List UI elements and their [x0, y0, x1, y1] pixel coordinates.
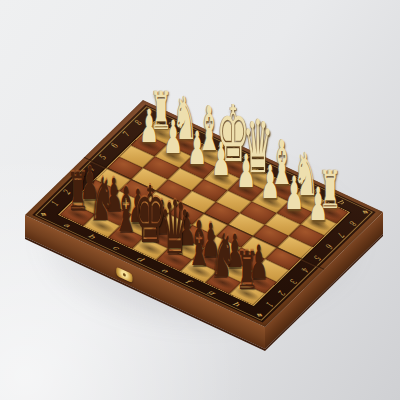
- coord-label: 4: [299, 266, 311, 273]
- coord-label: 8: [347, 219, 359, 226]
- pawn-glyph: ♟: [139, 102, 158, 148]
- coord-label: 3: [287, 278, 299, 285]
- corner-ornament-icon: ❖: [254, 312, 265, 319]
- coord-label: 7: [120, 131, 132, 138]
- coord-label: 1: [49, 200, 61, 207]
- coord-label: h: [231, 300, 241, 307]
- coord-label: f: [184, 278, 192, 284]
- knight-glyph: ♞: [210, 227, 235, 287]
- brass-clasp-icon: [116, 267, 132, 284]
- coord-label: 6: [323, 243, 335, 250]
- coord-label: 6: [108, 142, 120, 149]
- coord-label: 2: [276, 289, 288, 296]
- coord-label: b: [86, 233, 96, 240]
- corner-ornament-icon: ❖: [38, 211, 49, 218]
- pawn-glyph: ♟: [164, 113, 183, 159]
- corner-ornament-icon: ❖: [359, 209, 370, 216]
- pawn-glyph: ♟: [309, 181, 328, 227]
- bishop-glyph: ♝: [186, 214, 212, 275]
- coord-label: 1: [264, 301, 276, 308]
- pawn-glyph: ♟: [260, 159, 279, 205]
- pawn-glyph: ♟: [285, 170, 304, 216]
- rook-glyph: ♜: [236, 245, 258, 298]
- rook-glyph: ♜: [66, 166, 88, 219]
- pawn-glyph: ♟: [212, 136, 231, 182]
- coord-label: 5: [311, 254, 323, 261]
- pawn-glyph: ♟: [188, 125, 207, 171]
- photo-scene: abcdefgh abcdefgh 87654321 87654321 ❖ ❖ …: [0, 0, 400, 400]
- coord-label: a: [62, 221, 72, 228]
- coord-label: 7: [335, 231, 347, 238]
- coord-label: c: [111, 244, 121, 251]
- knight-glyph: ♞: [89, 171, 114, 231]
- pawn-glyph: ♟: [236, 147, 255, 193]
- coord-label: g: [206, 289, 216, 296]
